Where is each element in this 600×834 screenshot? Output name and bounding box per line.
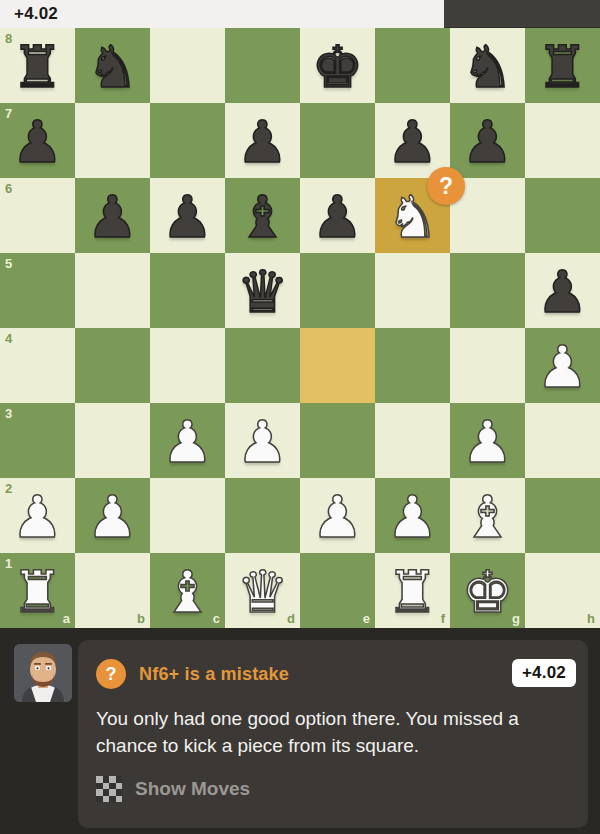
square-c1[interactable]: c♝ — [150, 553, 225, 628]
square-c6[interactable]: ♟ — [150, 178, 225, 253]
square-g1[interactable]: g♚ — [450, 553, 525, 628]
rank-label-1: 1 — [5, 556, 12, 571]
evaluation-bar: +4.02 — [0, 0, 600, 28]
square-b3[interactable] — [75, 403, 150, 478]
square-f1[interactable]: f♜ — [375, 553, 450, 628]
eval-badge: +4.02 — [512, 659, 576, 687]
square-a4[interactable]: 4 — [0, 328, 75, 403]
square-d5[interactable]: ♛ — [225, 253, 300, 328]
piece-black-king[interactable]: ♚ — [300, 28, 375, 103]
square-a8[interactable]: 8♜ — [0, 28, 75, 103]
file-label-e: e — [363, 611, 370, 626]
piece-black-pawn[interactable]: ♟ — [525, 253, 600, 328]
square-b7[interactable] — [75, 103, 150, 178]
show-moves-label: Show Moves — [135, 778, 250, 800]
square-b5[interactable] — [75, 253, 150, 328]
square-g7[interactable]: ♟ — [450, 103, 525, 178]
square-e5[interactable] — [300, 253, 375, 328]
square-c3[interactable]: ♟ — [150, 403, 225, 478]
piece-white-bishop[interactable]: ♝ — [450, 478, 525, 553]
square-e1[interactable]: e — [300, 553, 375, 628]
square-e6[interactable]: ♟ — [300, 178, 375, 253]
square-g5[interactable] — [450, 253, 525, 328]
mistake-badge-icon: ? — [427, 167, 465, 205]
square-a7[interactable]: 7♟ — [0, 103, 75, 178]
file-label-f: f — [441, 611, 445, 626]
square-g3[interactable]: ♟ — [450, 403, 525, 478]
square-a1[interactable]: 1a♜ — [0, 553, 75, 628]
piece-white-pawn[interactable]: ♟ — [300, 478, 375, 553]
square-b4[interactable] — [75, 328, 150, 403]
square-d6[interactable]: ♝ — [225, 178, 300, 253]
piece-black-pawn[interactable]: ♟ — [225, 103, 300, 178]
square-e3[interactable] — [300, 403, 375, 478]
feedback-header: ? Nf6+ is a mistake +4.02 — [96, 658, 570, 690]
square-d3[interactable]: ♟ — [225, 403, 300, 478]
feedback-title: Nf6+ is a mistake — [139, 664, 289, 685]
evaluation-score: +4.02 — [0, 4, 58, 24]
square-c4[interactable] — [150, 328, 225, 403]
mistake-question-icon: ? — [96, 659, 126, 689]
piece-black-knight[interactable]: ♞ — [450, 28, 525, 103]
square-f8[interactable] — [375, 28, 450, 103]
square-f5[interactable] — [375, 253, 450, 328]
square-c8[interactable] — [150, 28, 225, 103]
square-a5[interactable]: 5 — [0, 253, 75, 328]
rank-label-2: 2 — [5, 481, 12, 496]
square-h7[interactable] — [525, 103, 600, 178]
square-h3[interactable] — [525, 403, 600, 478]
evaluation-bar-white: +4.02 — [0, 0, 444, 28]
square-d4[interactable] — [225, 328, 300, 403]
square-h4[interactable]: ♟ — [525, 328, 600, 403]
piece-black-pawn[interactable]: ♟ — [150, 178, 225, 253]
square-h1[interactable]: h — [525, 553, 600, 628]
analysis-panel: ? Nf6+ is a mistake +4.02 You only had o… — [0, 628, 600, 834]
checkerboard-icon — [96, 776, 122, 802]
piece-black-pawn[interactable]: ♟ — [75, 178, 150, 253]
piece-white-pawn[interactable]: ♟ — [525, 328, 600, 403]
rank-label-7: 7 — [5, 106, 12, 121]
piece-white-pawn[interactable]: ♟ — [75, 478, 150, 553]
file-label-g: g — [512, 611, 520, 626]
square-f3[interactable] — [375, 403, 450, 478]
square-a3[interactable]: 3 — [0, 403, 75, 478]
piece-white-pawn[interactable]: ♟ — [450, 403, 525, 478]
square-f7[interactable]: ♟ — [375, 103, 450, 178]
square-b1[interactable]: b — [75, 553, 150, 628]
file-label-h: h — [587, 611, 595, 626]
rank-label-3: 3 — [5, 406, 12, 421]
square-c5[interactable] — [150, 253, 225, 328]
square-h6[interactable] — [525, 178, 600, 253]
piece-black-pawn[interactable]: ♟ — [375, 103, 450, 178]
square-d7[interactable]: ♟ — [225, 103, 300, 178]
square-h8[interactable]: ♜ — [525, 28, 600, 103]
square-c7[interactable] — [150, 103, 225, 178]
piece-white-pawn[interactable]: ♟ — [150, 403, 225, 478]
square-d1[interactable]: d♛ — [225, 553, 300, 628]
square-c2[interactable] — [150, 478, 225, 553]
square-f4[interactable] — [375, 328, 450, 403]
rank-label-8: 8 — [5, 31, 12, 46]
square-b8[interactable]: ♞ — [75, 28, 150, 103]
feedback-text: You only had one good option there. You … — [96, 705, 564, 759]
square-a2[interactable]: 2♟ — [0, 478, 75, 553]
file-label-c: c — [213, 611, 220, 626]
square-b2[interactable]: ♟ — [75, 478, 150, 553]
piece-black-pawn[interactable]: ♟ — [300, 178, 375, 253]
square-d2[interactable] — [225, 478, 300, 553]
square-g2[interactable]: ♝ — [450, 478, 525, 553]
game-review-screen: +4.02 8♜♞♚♞♜7♟♟♟♟6♟♟♝♟♞5♛♟4♟3♟♟♟2♟♟♟♟♝1a… — [0, 0, 600, 834]
avatar-illustration — [14, 644, 72, 702]
user-avatar[interactable] — [14, 644, 72, 702]
rank-label-5: 5 — [5, 256, 12, 271]
piece-black-pawn[interactable]: ♟ — [450, 103, 525, 178]
square-d8[interactable] — [225, 28, 300, 103]
rank-label-4: 4 — [5, 331, 12, 346]
file-label-b: b — [137, 611, 145, 626]
square-f2[interactable]: ♟ — [375, 478, 450, 553]
piece-black-rook[interactable]: ♜ — [525, 28, 600, 103]
square-h5[interactable]: ♟ — [525, 253, 600, 328]
square-a6[interactable]: 6 — [0, 178, 75, 253]
square-b6[interactable]: ♟ — [75, 178, 150, 253]
piece-black-bishop[interactable]: ♝ — [225, 178, 300, 253]
chess-board[interactable]: 8♜♞♚♞♜7♟♟♟♟6♟♟♝♟♞5♛♟4♟3♟♟♟2♟♟♟♟♝1a♜bc♝d♛… — [0, 28, 600, 628]
board-grid: 8♜♞♚♞♜7♟♟♟♟6♟♟♝♟♞5♛♟4♟3♟♟♟2♟♟♟♟♝1a♜bc♝d♛… — [0, 28, 600, 628]
file-label-a: a — [63, 611, 70, 626]
square-h2[interactable] — [525, 478, 600, 553]
piece-black-queen[interactable]: ♛ — [225, 253, 300, 328]
move-feedback-card: ? Nf6+ is a mistake +4.02 You only had o… — [78, 640, 588, 828]
file-label-d: d — [287, 611, 295, 626]
piece-white-pawn[interactable]: ♟ — [375, 478, 450, 553]
piece-white-pawn[interactable]: ♟ — [225, 403, 300, 478]
piece-white-rook[interactable]: ♜ — [375, 553, 450, 628]
square-g4[interactable] — [450, 328, 525, 403]
show-moves-button[interactable]: Show Moves — [96, 776, 570, 802]
rank-label-6: 6 — [5, 181, 12, 196]
square-e8[interactable]: ♚ — [300, 28, 375, 103]
square-e7[interactable] — [300, 103, 375, 178]
square-e4[interactable] — [300, 328, 375, 403]
piece-black-knight[interactable]: ♞ — [75, 28, 150, 103]
square-e2[interactable]: ♟ — [300, 478, 375, 553]
square-g8[interactable]: ♞ — [450, 28, 525, 103]
